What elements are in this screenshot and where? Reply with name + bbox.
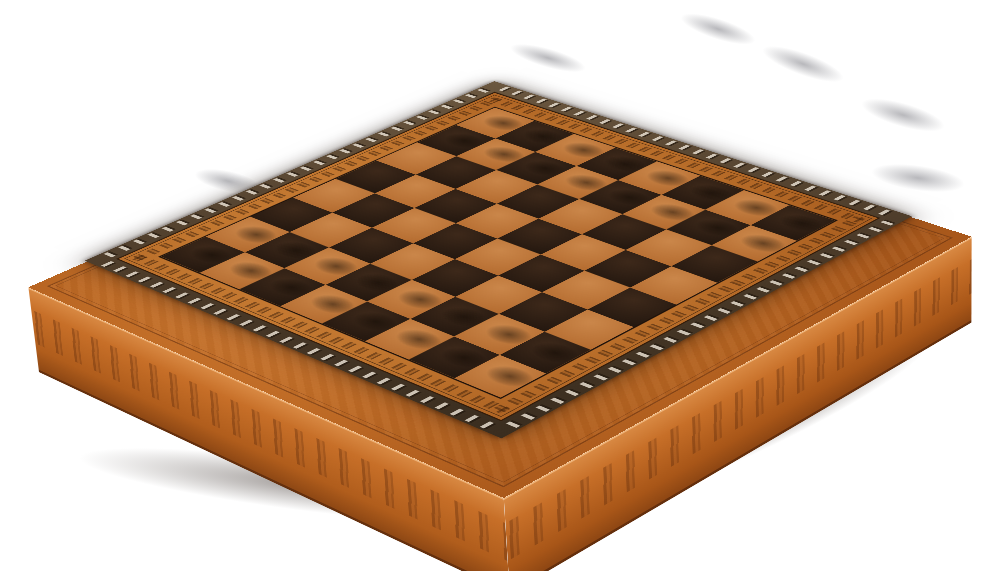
perspective-stage: ♜♞♝♛♚♝♞♜♟♟♟♟♟♟♟♟♟♟♟♟♟♟♟♟♜♞♝♛♚♝♞♜ <box>0 0 1000 571</box>
stage-rotation: ♜♞♝♛♚♝♞♜♟♟♟♟♟♟♟♟♟♟♟♟♟♟♟♟♜♞♝♛♚♝♞♜ <box>0 0 1000 571</box>
piece-white-rook[interactable]: ♜ <box>407 281 588 388</box>
product-photo-scene: ♜♞♝♛♚♝♞♜♟♟♟♟♟♟♟♟♟♟♟♟♟♟♟♟♜♞♝♛♚♝♞♜ <box>0 0 1000 571</box>
chess-case-lid: ♜♞♝♛♚♝♞♜♟♟♟♟♟♟♟♟♟♟♟♟♟♟♟♟♜♞♝♛♚♝♞♜ <box>28 82 971 498</box>
